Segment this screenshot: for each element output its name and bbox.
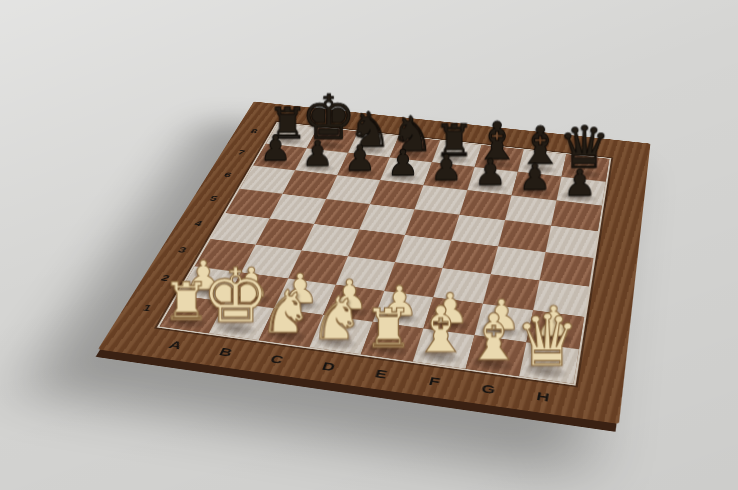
- file-label-h: H: [536, 389, 551, 404]
- piece-black-pawn[interactable]: ♟: [387, 145, 419, 181]
- square-h6[interactable]: [551, 200, 602, 231]
- file-label-c: C: [269, 352, 286, 366]
- square-e4[interactable]: [395, 235, 451, 268]
- file-label-a: A: [167, 338, 185, 352]
- rank-label-5: 5: [208, 194, 219, 203]
- square-c5[interactable]: [314, 199, 370, 230]
- rank-label-8: 8: [249, 128, 259, 135]
- file-label-f: F: [427, 374, 441, 388]
- rank-label-6: 6: [222, 171, 233, 179]
- square-g7[interactable]: ♟: [512, 172, 562, 201]
- chessboard-scene: ♜♚♞♞♜♝♝♛♟♟♟♟♟♟♟♟♟♟♟♟♟♟♟♟♜♚♞♞♜♝♝♛ ABCDEFG…: [0, 0, 738, 490]
- rank-label-7: 7: [236, 149, 247, 157]
- rank-label-1: 1: [141, 302, 154, 313]
- piece-black-pawn[interactable]: ♟: [430, 150, 462, 186]
- piece-black-pawn[interactable]: ♟: [259, 131, 290, 166]
- square-e5[interactable]: [405, 209, 460, 240]
- square-g5[interactable]: [498, 220, 551, 252]
- rank-label-4: 4: [192, 219, 204, 228]
- file-label-d: D: [320, 359, 337, 373]
- piece-white-queen[interactable]: ♛: [515, 305, 579, 377]
- square-h7[interactable]: ♟: [556, 177, 605, 206]
- piece-black-pawn[interactable]: ♟: [301, 136, 333, 171]
- square-f5[interactable]: [451, 215, 505, 247]
- square-d4[interactable]: [348, 229, 405, 262]
- file-label-b: B: [217, 345, 235, 359]
- file-label-e: E: [374, 366, 390, 380]
- piece-white-rook[interactable]: ♜: [363, 301, 412, 355]
- file-label-g: G: [480, 381, 497, 396]
- piece-black-pawn[interactable]: ♟: [344, 140, 376, 176]
- piece-white-bishop[interactable]: ♝: [464, 305, 522, 369]
- piece-black-pawn[interactable]: ♟: [518, 159, 551, 195]
- chess-board: ♜♚♞♞♜♝♝♛♟♟♟♟♟♟♟♟♟♟♟♟♟♟♟♟♜♚♞♞♜♝♝♛ ABCDEFG…: [98, 101, 650, 423]
- piece-white-knight[interactable]: ♞: [259, 282, 312, 341]
- piece-white-bishop[interactable]: ♝: [411, 298, 468, 362]
- piece-black-pawn[interactable]: ♟: [474, 155, 506, 191]
- square-c4[interactable]: [302, 224, 360, 256]
- piece-black-pawn[interactable]: ♟: [563, 164, 596, 201]
- piece-white-knight[interactable]: ♞: [309, 288, 362, 348]
